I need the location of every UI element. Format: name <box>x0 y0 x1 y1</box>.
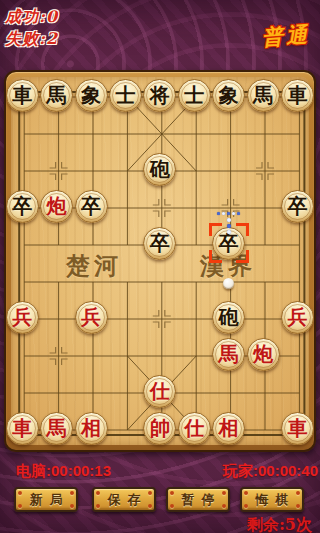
nail-dot <box>244 491 248 495</box>
nail-dot <box>70 504 74 508</box>
piece-red-兵-26[interactable]: 兵 <box>75 301 108 334</box>
xiangqi-app: 成功:0 失败:2 普通 楚河 漢界 車馬象士将士象馬車砲卒炮卒卒卒卒兵兵砲兵馬… <box>0 0 320 533</box>
piece-black-馬-70[interactable]: 馬 <box>247 79 280 112</box>
nail-dot <box>96 491 100 495</box>
piece-black-車-80[interactable]: 車 <box>281 79 314 112</box>
nail-dot <box>244 504 248 508</box>
piece-black-卒-03[interactable]: 卒 <box>6 190 39 223</box>
nail-dot <box>148 491 152 495</box>
piece-red-兵-06[interactable]: 兵 <box>6 301 39 334</box>
piece-red-炮-77[interactable]: 炮 <box>247 338 280 371</box>
computer-timer: 电脑:00:00:13 <box>16 462 111 481</box>
piece-black-卒-64[interactable]: 卒 <box>212 227 245 260</box>
piece-red-車-89[interactable]: 車 <box>281 412 314 445</box>
nail-dot <box>222 491 226 495</box>
piece-black-士-30[interactable]: 士 <box>109 79 142 112</box>
piece-red-兵-86[interactable]: 兵 <box>281 301 314 334</box>
piece-black-砲-66[interactable]: 砲 <box>212 301 245 334</box>
nail-dot <box>170 491 174 495</box>
nail-dot <box>222 504 226 508</box>
nail-dot <box>70 491 74 495</box>
piece-black-砲-42[interactable]: 砲 <box>143 153 176 186</box>
piece-red-相-69[interactable]: 相 <box>212 412 245 445</box>
save-button[interactable]: 保存 <box>92 487 156 512</box>
piece-red-仕-48[interactable]: 仕 <box>143 375 176 408</box>
piece-red-相-29[interactable]: 相 <box>75 412 108 445</box>
new-game-button[interactable]: 新局 <box>14 487 78 512</box>
success-count: 成功:0 <box>5 7 58 28</box>
piece-black-象-20[interactable]: 象 <box>75 79 108 112</box>
undo-remaining-count: 剩余:5次 <box>247 515 312 533</box>
undo-button[interactable]: 悔棋 <box>240 487 304 512</box>
fail-count: 失败:2 <box>5 29 58 50</box>
piece-red-馬-19[interactable]: 馬 <box>40 412 73 445</box>
piece-red-車-09[interactable]: 車 <box>6 412 39 445</box>
piece-red-帥-49[interactable]: 帥 <box>143 412 176 445</box>
piece-black-士-50[interactable]: 士 <box>178 79 211 112</box>
nail-dot <box>296 504 300 508</box>
piece-black-卒-83[interactable]: 卒 <box>281 190 314 223</box>
piece-red-仕-59[interactable]: 仕 <box>178 412 211 445</box>
nail-dot <box>170 504 174 508</box>
difficulty-badge[interactable]: 普通 <box>261 20 311 51</box>
piece-black-将-40[interactable]: 将 <box>143 79 176 112</box>
river-label-left: 楚河 <box>64 250 124 282</box>
piece-black-車-00[interactable]: 車 <box>6 79 39 112</box>
piece-red-炮-13[interactable]: 炮 <box>40 190 73 223</box>
piece-black-卒-44[interactable]: 卒 <box>143 227 176 260</box>
piece-black-馬-10[interactable]: 馬 <box>40 79 73 112</box>
player-timer: 玩家:00:00:40 <box>223 462 318 481</box>
pause-button[interactable]: 暂停 <box>166 487 230 512</box>
piece-black-卒-23[interactable]: 卒 <box>75 190 108 223</box>
nail-dot <box>148 504 152 508</box>
piece-black-象-60[interactable]: 象 <box>212 79 245 112</box>
nail-dot <box>96 504 100 508</box>
nail-dot <box>18 491 22 495</box>
piece-red-馬-67[interactable]: 馬 <box>212 338 245 371</box>
nail-dot <box>18 504 22 508</box>
nail-dot <box>296 491 300 495</box>
